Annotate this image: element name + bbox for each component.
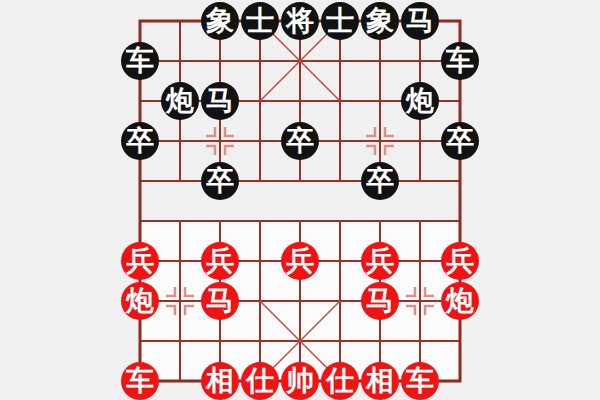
board-point[interactable] xyxy=(240,201,280,241)
board-point[interactable] xyxy=(440,81,480,121)
board-point[interactable] xyxy=(440,161,480,201)
board-point[interactable] xyxy=(280,161,320,201)
board-point[interactable] xyxy=(320,121,360,161)
red-general[interactable]: 帅 xyxy=(281,362,319,400)
board-point[interactable] xyxy=(400,281,440,321)
board-point[interactable] xyxy=(360,201,400,241)
board-point[interactable]: 兵 xyxy=(360,241,400,281)
board-point[interactable] xyxy=(160,121,200,161)
board-point[interactable] xyxy=(280,321,320,361)
board-point[interactable] xyxy=(440,1,480,41)
board-point[interactable] xyxy=(320,321,360,361)
board-point[interactable] xyxy=(120,1,160,41)
board-point[interactable]: 马 xyxy=(360,281,400,321)
board-point[interactable] xyxy=(160,161,200,201)
board-point[interactable] xyxy=(160,361,200,400)
board-point[interactable]: 车 xyxy=(120,41,160,81)
board-point[interactable]: 兵 xyxy=(280,241,320,281)
red-soldier[interactable]: 兵 xyxy=(281,242,319,280)
board-point[interactable] xyxy=(240,321,280,361)
board-point[interactable] xyxy=(280,41,320,81)
board-point[interactable] xyxy=(400,41,440,81)
black-elephant[interactable]: 象 xyxy=(361,2,399,40)
board-point[interactable] xyxy=(320,41,360,81)
board-point[interactable] xyxy=(280,281,320,321)
board-point[interactable] xyxy=(320,201,360,241)
board-point[interactable] xyxy=(320,241,360,281)
red-soldier[interactable]: 兵 xyxy=(121,242,159,280)
board-point[interactable] xyxy=(360,321,400,361)
board-point[interactable]: 卒 xyxy=(360,161,400,201)
board-point[interactable]: 象 xyxy=(200,1,240,41)
black-soldier[interactable]: 卒 xyxy=(361,162,399,200)
black-elephant[interactable]: 象 xyxy=(201,2,239,40)
board-point[interactable] xyxy=(400,201,440,241)
board-point[interactable]: 帅 xyxy=(280,361,320,400)
board-point[interactable] xyxy=(360,81,400,121)
board-point[interactable]: 炮 xyxy=(160,81,200,121)
board-point[interactable] xyxy=(240,121,280,161)
board-point[interactable] xyxy=(120,201,160,241)
board-point[interactable] xyxy=(400,241,440,281)
red-advisor[interactable]: 仕 xyxy=(241,362,279,400)
board-point[interactable]: 相 xyxy=(200,361,240,400)
board-point[interactable]: 马 xyxy=(200,81,240,121)
board-point[interactable] xyxy=(160,321,200,361)
board-point[interactable]: 相 xyxy=(360,361,400,400)
black-soldier[interactable]: 卒 xyxy=(201,162,239,200)
red-soldier[interactable]: 兵 xyxy=(441,242,479,280)
board-point[interactable] xyxy=(160,41,200,81)
board-point[interactable] xyxy=(400,321,440,361)
black-horse[interactable]: 马 xyxy=(201,82,239,120)
black-advisor[interactable]: 士 xyxy=(241,2,279,40)
board-point[interactable] xyxy=(440,201,480,241)
black-cannon[interactable]: 炮 xyxy=(161,82,199,120)
board-point[interactable]: 马 xyxy=(200,281,240,321)
red-soldier[interactable]: 兵 xyxy=(201,242,239,280)
board-point[interactable]: 车 xyxy=(440,41,480,81)
black-advisor[interactable]: 士 xyxy=(321,2,359,40)
board-point[interactable] xyxy=(240,41,280,81)
black-horse[interactable]: 马 xyxy=(401,2,439,40)
board-point[interactable]: 仕 xyxy=(320,361,360,400)
board-point[interactable] xyxy=(320,81,360,121)
board-point[interactable] xyxy=(160,201,200,241)
board-point[interactable] xyxy=(160,241,200,281)
black-chariot[interactable]: 车 xyxy=(121,42,159,80)
board-point[interactable]: 卒 xyxy=(120,121,160,161)
board-point[interactable]: 兵 xyxy=(200,241,240,281)
board-point[interactable]: 象 xyxy=(360,1,400,41)
board-point[interactable] xyxy=(240,241,280,281)
board-grid: 象士将士象马车车炮马炮卒卒卒卒卒兵兵兵兵兵炮马马炮车相仕帅仕相车 xyxy=(120,1,480,400)
black-soldier[interactable]: 卒 xyxy=(281,122,319,160)
board-point[interactable] xyxy=(160,281,200,321)
red-cannon[interactable]: 炮 xyxy=(121,282,159,320)
board-point[interactable]: 炮 xyxy=(400,81,440,121)
board-point[interactable] xyxy=(400,121,440,161)
red-horse[interactable]: 马 xyxy=(201,282,239,320)
board-point[interactable] xyxy=(200,41,240,81)
red-chariot[interactable]: 车 xyxy=(401,362,439,400)
board-point[interactable] xyxy=(280,81,320,121)
board-point[interactable] xyxy=(360,41,400,81)
board-point[interactable]: 卒 xyxy=(200,161,240,201)
board-point[interactable] xyxy=(120,161,160,201)
red-cannon[interactable]: 炮 xyxy=(441,282,479,320)
black-chariot[interactable]: 车 xyxy=(441,42,479,80)
red-elephant[interactable]: 相 xyxy=(201,362,239,400)
board-point[interactable] xyxy=(200,321,240,361)
board-point[interactable]: 仕 xyxy=(240,361,280,400)
board-point[interactable] xyxy=(440,321,480,361)
board-point[interactable]: 兵 xyxy=(120,241,160,281)
board-point[interactable] xyxy=(280,201,320,241)
black-soldier[interactable]: 卒 xyxy=(441,122,479,160)
board-point[interactable]: 卒 xyxy=(440,121,480,161)
board-point[interactable] xyxy=(200,201,240,241)
board-point[interactable] xyxy=(240,81,280,121)
board-point[interactable] xyxy=(160,1,200,41)
board-point[interactable] xyxy=(400,161,440,201)
board-point[interactable] xyxy=(360,121,400,161)
board-point[interactable] xyxy=(440,361,480,400)
board-point[interactable]: 炮 xyxy=(440,281,480,321)
red-horse[interactable]: 马 xyxy=(361,282,399,320)
board-point[interactable] xyxy=(120,321,160,361)
board-point[interactable] xyxy=(200,121,240,161)
board-point[interactable]: 士 xyxy=(240,1,280,41)
board-point[interactable]: 将 xyxy=(280,1,320,41)
board-point[interactable] xyxy=(320,161,360,201)
board-point[interactable] xyxy=(320,281,360,321)
board-point[interactable] xyxy=(240,281,280,321)
board-point[interactable]: 车 xyxy=(120,361,160,400)
black-soldier[interactable]: 卒 xyxy=(121,122,159,160)
board-point[interactable] xyxy=(240,161,280,201)
red-soldier[interactable]: 兵 xyxy=(361,242,399,280)
board-point[interactable]: 兵 xyxy=(440,241,480,281)
board-point[interactable]: 车 xyxy=(400,361,440,400)
red-chariot[interactable]: 车 xyxy=(121,362,159,400)
board-point[interactable] xyxy=(120,81,160,121)
xiangqi-board: 象士将士象马车车炮马炮卒卒卒卒卒兵兵兵兵兵炮马马炮车相仕帅仕相车 xyxy=(0,0,600,400)
black-general[interactable]: 将 xyxy=(281,2,319,40)
black-cannon[interactable]: 炮 xyxy=(401,82,439,120)
red-advisor[interactable]: 仕 xyxy=(321,362,359,400)
board-point[interactable]: 马 xyxy=(400,1,440,41)
board-point[interactable]: 士 xyxy=(320,1,360,41)
red-elephant[interactable]: 相 xyxy=(361,362,399,400)
board-point[interactable]: 卒 xyxy=(280,121,320,161)
board-point[interactable]: 炮 xyxy=(120,281,160,321)
